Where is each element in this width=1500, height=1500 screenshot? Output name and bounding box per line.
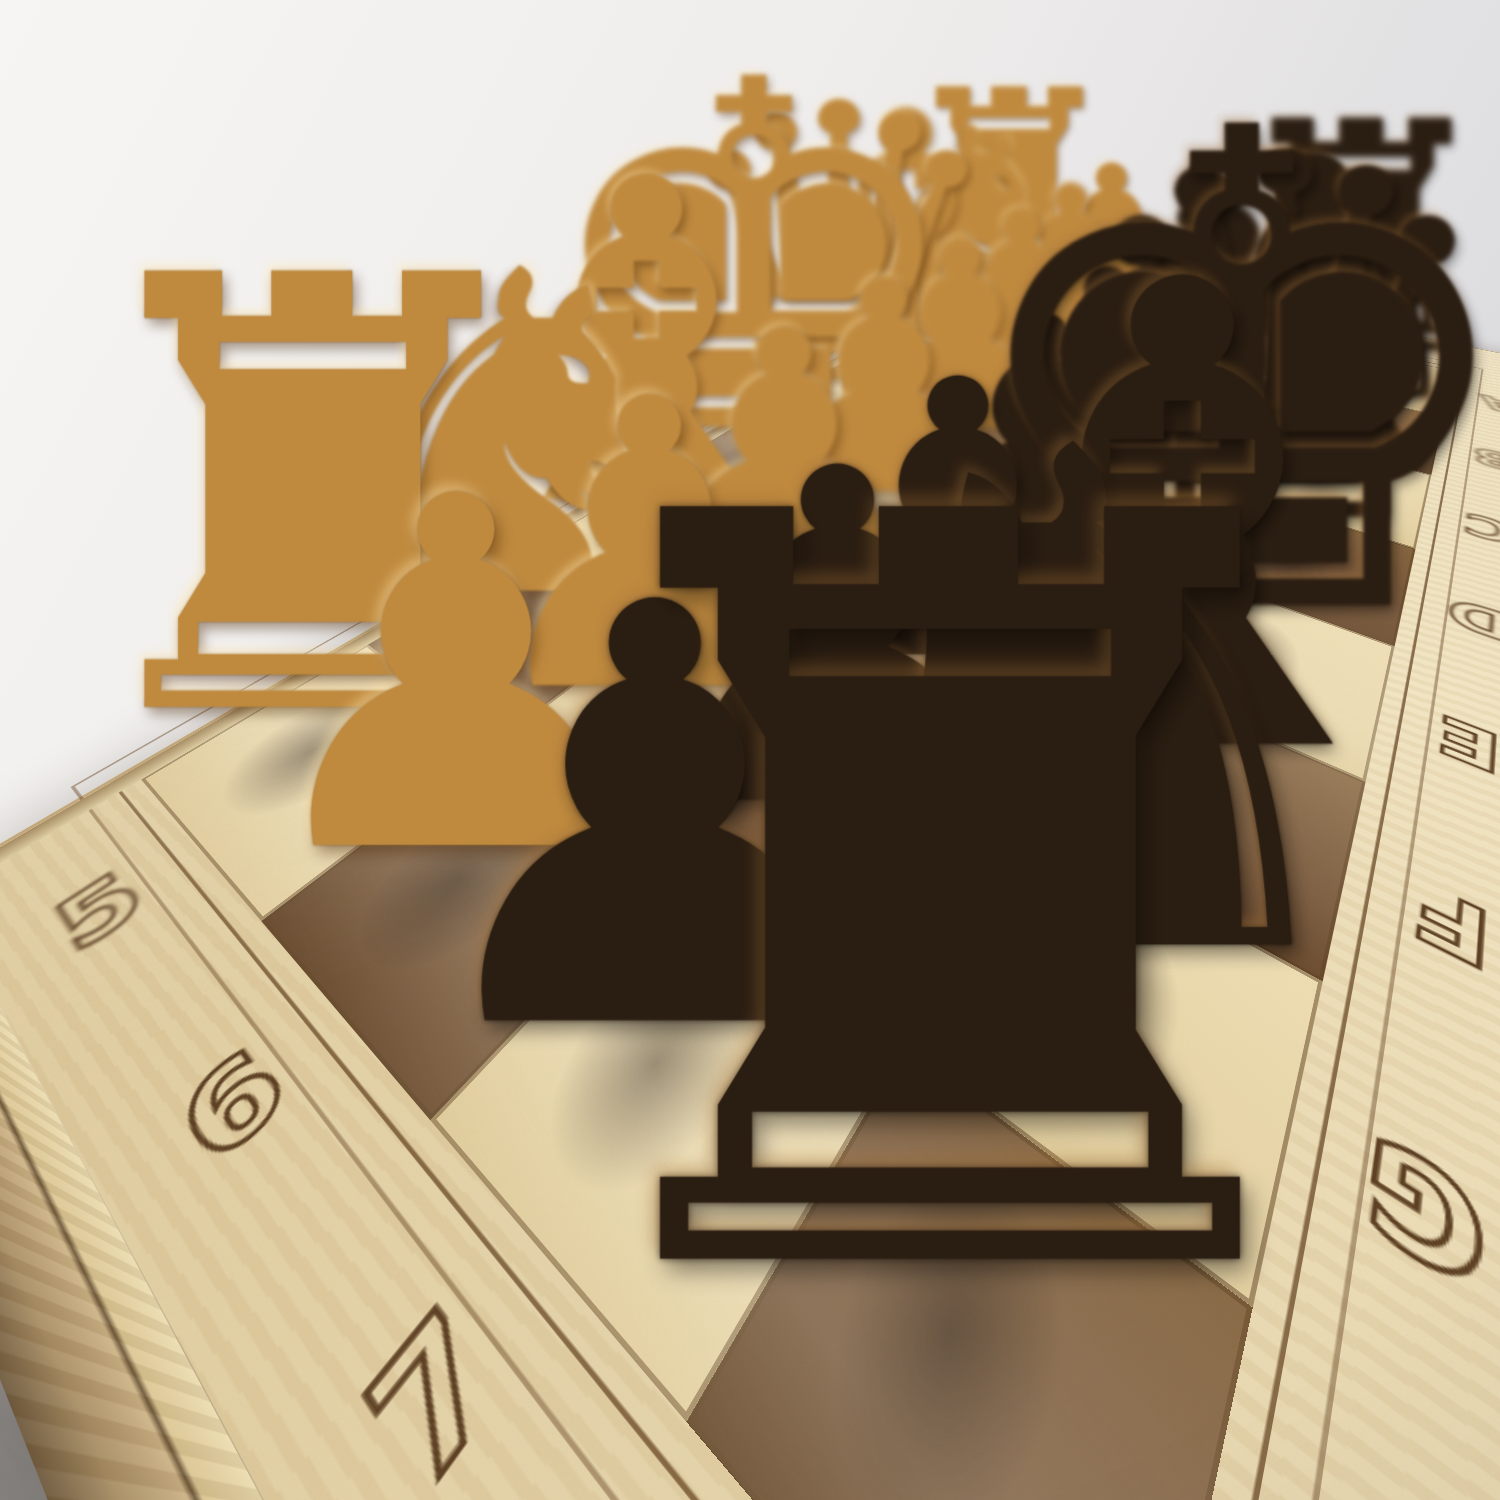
rook-glyph: ♜ [231, 387, 1500, 1417]
stage-3d: ♜♞♝♛♚♝♞♜♟♟♟♟♟♟♟♟♟♟♟♟♟♟♟♟♜♞♝♛♚♝♞♜ ABCDEFG… [0, 0, 1500, 1500]
photo-scene: ♜♞♝♛♚♝♞♜♟♟♟♟♟♟♟♟♟♟♟♟♟♟♟♟♜♞♝♛♚♝♞♜ ABCDEFG… [0, 0, 1500, 1500]
chessboard: ♜♞♝♛♚♝♞♜♟♟♟♟♟♟♟♟♟♟♟♟♟♟♟♟♜♞♝♛♚♝♞♜ [140, 274, 1453, 1500]
chess-box-top: ♜♞♝♛♚♝♞♜♟♟♟♟♟♟♟♟♟♟♟♟♟♟♟♟♜♞♝♛♚♝♞♜ ABCDEFG… [0, 257, 1500, 1500]
square-h8[interactable]: ♜ [685, 1047, 1252, 1500]
